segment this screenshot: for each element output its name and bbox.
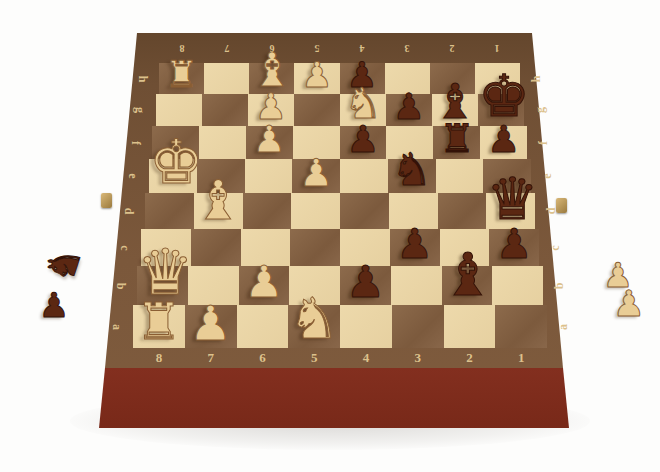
square-e4 xyxy=(340,159,388,193)
label-bottom-6: 6 xyxy=(252,351,272,364)
white-pawn-h5: ♟ xyxy=(294,58,339,93)
board-row-d: ♝♛ xyxy=(145,193,535,229)
label-bottom-7: 7 xyxy=(201,351,221,364)
square-g5 xyxy=(294,94,340,126)
label-left-b: b xyxy=(115,276,127,296)
square-b2: ♝ xyxy=(442,266,493,305)
black-pawn-f1: ♟ xyxy=(480,121,527,158)
square-f1: ♟ xyxy=(480,126,527,159)
board-row-e: ♚♟♞ xyxy=(149,159,531,193)
square-e2 xyxy=(436,159,484,193)
square-c1: ♟ xyxy=(489,229,539,266)
label-right-h: h xyxy=(530,69,542,89)
label-right-f: f xyxy=(537,133,549,153)
square-d8 xyxy=(145,193,194,229)
chess-set-photo: ♜♝♟♟♟♞♟♝♚♟♟♜♟♚♟♞♝♛♟♟♛♟♟♝♜♟♞ 876543218765… xyxy=(0,0,660,472)
white-pawn-a7: ♟ xyxy=(185,299,237,347)
black-pawn-b4: ♟ xyxy=(340,260,391,304)
label-right-e: e xyxy=(541,166,553,186)
label-top-1: 1 xyxy=(487,43,507,53)
label-top-7: 7 xyxy=(217,43,237,53)
square-e8: ♚ xyxy=(149,159,197,193)
black-pawn-c1: ♟ xyxy=(489,224,539,265)
label-right-d: d xyxy=(545,201,557,221)
square-d4 xyxy=(340,193,389,229)
square-c8 xyxy=(141,229,191,266)
square-e7 xyxy=(197,159,245,193)
square-e6 xyxy=(245,159,293,193)
board-row-h: ♜♝♟♟ xyxy=(159,63,520,94)
square-g4: ♞ xyxy=(340,94,386,126)
label-left-c: c xyxy=(119,238,131,258)
square-h3 xyxy=(385,63,430,94)
square-f5 xyxy=(293,126,340,159)
square-a7: ♟ xyxy=(185,305,237,348)
label-left-d: d xyxy=(123,201,135,221)
label-left-g: g xyxy=(134,100,146,120)
board-row-b: ♛♟♟♝ xyxy=(137,266,543,305)
label-bottom-2: 2 xyxy=(459,351,479,364)
white-pawn-b6: ♟ xyxy=(239,260,290,304)
label-bottom-5: 5 xyxy=(304,351,324,364)
square-f4: ♟ xyxy=(340,126,387,159)
label-bottom-8: 8 xyxy=(149,351,169,364)
square-c2 xyxy=(440,229,490,266)
black-pawn-g3: ♟ xyxy=(386,89,432,125)
label-top-8: 8 xyxy=(172,43,192,53)
label-right-b: b xyxy=(553,276,565,296)
square-f2: ♜ xyxy=(433,126,480,159)
square-c7 xyxy=(191,229,241,266)
square-c5 xyxy=(290,229,340,266)
captured-white-pawn: ♟ xyxy=(599,286,659,322)
white-pawn-g6: ♟ xyxy=(248,89,294,125)
square-b3 xyxy=(391,266,442,305)
square-e5: ♟ xyxy=(292,159,340,193)
label-left-h: h xyxy=(137,69,149,89)
square-h5: ♟ xyxy=(294,63,339,94)
square-h2 xyxy=(430,63,475,94)
square-d5 xyxy=(291,193,340,229)
black-pawn-c3: ♟ xyxy=(390,224,440,265)
label-top-2: 2 xyxy=(442,43,462,53)
square-g3: ♟ xyxy=(386,94,432,126)
white-pawn-e5: ♟ xyxy=(292,154,340,192)
square-a2 xyxy=(444,305,496,348)
square-g7 xyxy=(202,94,248,126)
square-a1 xyxy=(495,305,547,348)
black-pawn-f4: ♟ xyxy=(340,121,387,158)
board-row-g: ♟♞♟♝♚ xyxy=(156,94,524,126)
square-f6: ♟ xyxy=(246,126,293,159)
square-a6 xyxy=(237,305,289,348)
square-a5: ♞ xyxy=(288,305,340,348)
board-row-c: ♟♟ xyxy=(141,229,539,266)
board-row-f: ♟♟♜♟ xyxy=(152,126,527,159)
hinge-left-icon xyxy=(101,193,112,208)
square-g1: ♚ xyxy=(478,94,524,126)
square-d2 xyxy=(438,193,487,229)
square-h1 xyxy=(475,63,520,94)
square-c4 xyxy=(340,229,390,266)
label-right-c: c xyxy=(549,238,561,258)
label-bottom-3: 3 xyxy=(408,351,428,364)
square-b6: ♟ xyxy=(239,266,290,305)
label-left-f: f xyxy=(130,133,142,153)
square-e1 xyxy=(483,159,531,193)
label-top-4: 4 xyxy=(352,43,372,53)
square-d6 xyxy=(243,193,292,229)
square-b5 xyxy=(289,266,340,305)
label-top-6: 6 xyxy=(262,43,282,53)
square-h7 xyxy=(204,63,249,94)
square-b1 xyxy=(492,266,543,305)
board-row-a: ♜♟♞ xyxy=(133,305,547,348)
square-h8: ♜ xyxy=(159,63,204,94)
square-f8 xyxy=(152,126,199,159)
square-a3 xyxy=(392,305,444,348)
square-d3 xyxy=(389,193,438,229)
square-a4 xyxy=(340,305,392,348)
label-right-a: a xyxy=(557,317,569,337)
square-a8: ♜ xyxy=(133,305,185,348)
label-top-5: 5 xyxy=(307,43,327,53)
square-h6: ♝ xyxy=(249,63,294,94)
square-f7 xyxy=(199,126,246,159)
label-right-g: g xyxy=(534,100,546,120)
square-h4: ♟ xyxy=(340,63,385,94)
square-b8: ♛ xyxy=(137,266,188,305)
square-c6 xyxy=(241,229,291,266)
square-g8 xyxy=(156,94,202,126)
label-bottom-1: 1 xyxy=(511,351,531,364)
square-f3 xyxy=(386,126,433,159)
square-g2: ♝ xyxy=(432,94,478,126)
square-d1: ♛ xyxy=(486,193,535,229)
white-pawn-f6: ♟ xyxy=(246,121,293,158)
label-left-a: a xyxy=(111,317,123,337)
square-b7 xyxy=(188,266,239,305)
label-top-3: 3 xyxy=(397,43,417,53)
square-e3: ♞ xyxy=(388,159,436,193)
square-c3: ♟ xyxy=(390,229,440,266)
captured-black-pawn: ♟ xyxy=(24,288,84,322)
square-b4: ♟ xyxy=(340,266,391,305)
square-d7: ♝ xyxy=(194,193,243,229)
label-bottom-4: 4 xyxy=(356,351,376,364)
label-left-e: e xyxy=(127,166,139,186)
black-pawn-h4: ♟ xyxy=(340,58,385,93)
square-g6: ♟ xyxy=(248,94,294,126)
